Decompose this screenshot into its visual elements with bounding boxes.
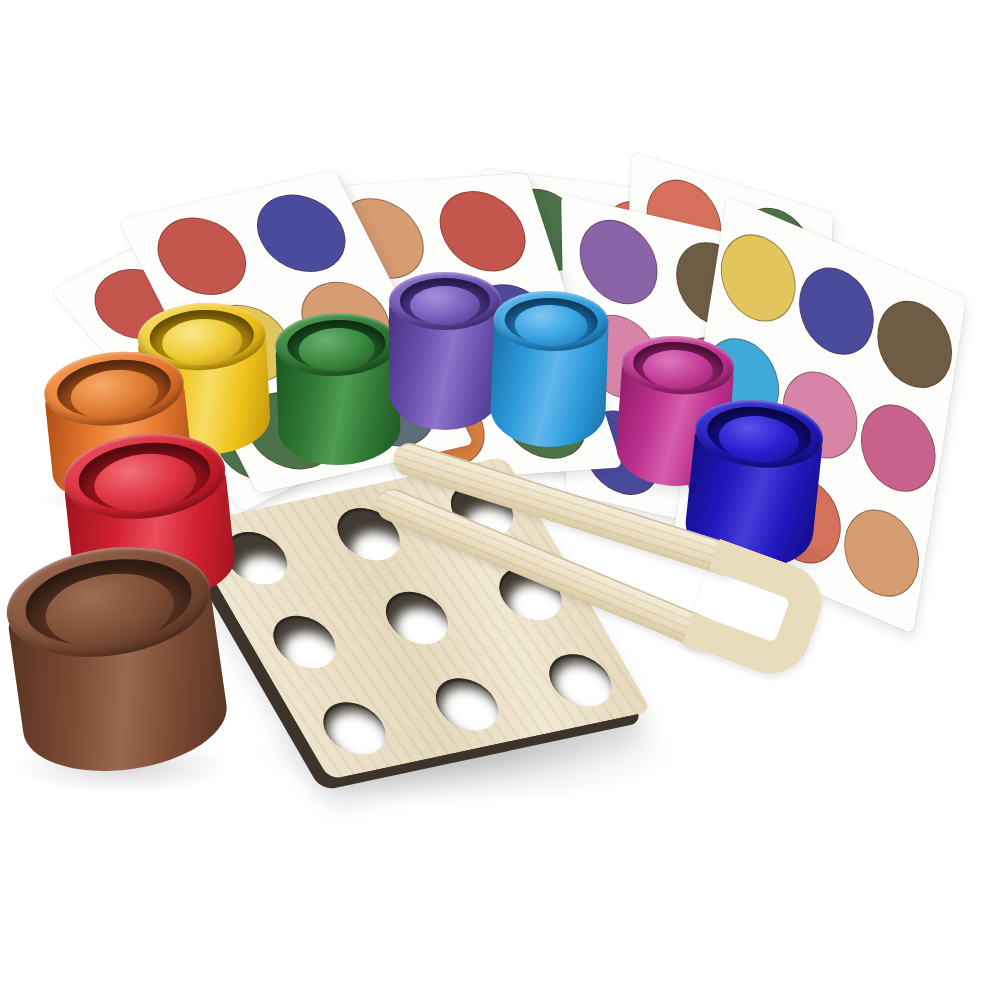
card-7-dot-rose	[855, 392, 942, 505]
board-hole-r3c2	[425, 673, 509, 736]
board-hole-r3c1	[312, 697, 396, 760]
product-photo	[0, 0, 1000, 1000]
card-2-dot-red	[143, 209, 261, 303]
card-7-dot-yellow	[715, 221, 802, 334]
card-7-dot-brown	[871, 288, 958, 401]
cup-green	[274, 311, 401, 467]
card-3-dot-red	[429, 188, 537, 274]
board-hole-r2c1	[262, 611, 346, 674]
card-2-dot-indigo	[242, 186, 360, 280]
card-7-dot-tan	[838, 496, 925, 609]
card-7-dot-indigo	[793, 254, 880, 367]
cup-purple	[389, 272, 501, 430]
board-hole-r2c2	[375, 587, 459, 650]
cup-light-blue	[489, 289, 609, 449]
cup-brown	[0, 535, 233, 783]
board-hole-r3c3	[538, 649, 622, 712]
